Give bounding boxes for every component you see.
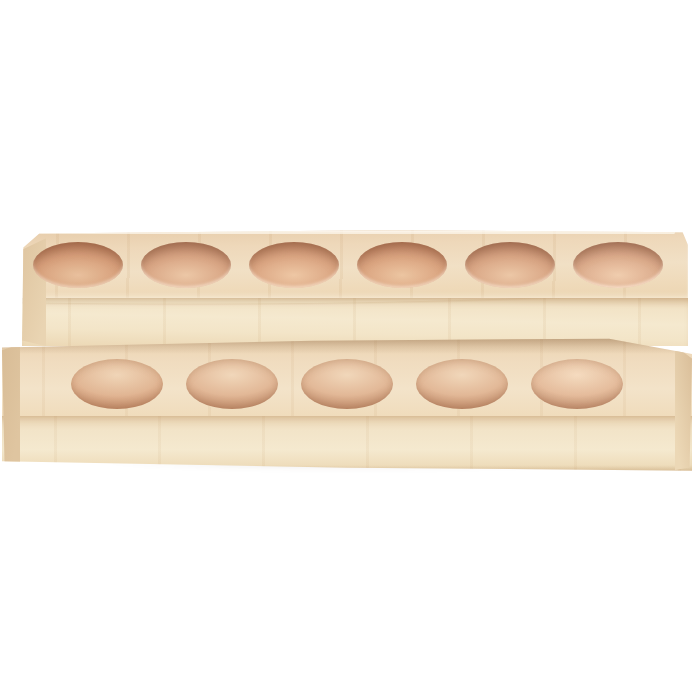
back-pit-row	[24, 234, 672, 296]
pit-hollow	[141, 242, 231, 288]
pit-hollow	[465, 242, 555, 288]
product-photo: Empty two-tier natural wood rack: 6 roun…	[0, 0, 700, 700]
pit-back-1[interactable]	[24, 234, 132, 296]
pit-hollow	[249, 242, 339, 288]
pit-back-2[interactable]	[132, 234, 240, 296]
front-tier-right-end-grain	[675, 346, 692, 470]
pit-back-5[interactable]	[456, 234, 564, 296]
pit-hollow	[531, 359, 623, 409]
pit-hollow	[573, 242, 663, 288]
pit-hollow	[186, 359, 278, 409]
back-tier-front-face	[22, 298, 688, 346]
front-tier	[2, 338, 692, 472]
back-tier-top-face	[22, 230, 688, 298]
mancala-board	[0, 0, 700, 700]
pit-hollow	[357, 242, 447, 288]
pit-back-6[interactable]	[564, 234, 672, 296]
back-tier	[22, 230, 688, 346]
front-tier-left-end-grain	[2, 344, 20, 468]
front-pit-row	[59, 350, 634, 418]
pit-back-3[interactable]	[240, 234, 348, 296]
pit-hollow	[71, 359, 163, 409]
front-tier-top-face	[2, 338, 692, 416]
pit-front-3[interactable]	[289, 350, 404, 418]
pit-hollow	[301, 359, 393, 409]
pit-front-4[interactable]	[404, 350, 519, 418]
pit-front-1[interactable]	[59, 350, 174, 418]
pit-hollow	[416, 359, 508, 409]
pit-front-2[interactable]	[174, 350, 289, 418]
pit-front-5[interactable]	[519, 350, 634, 418]
pit-back-4[interactable]	[348, 234, 456, 296]
pit-hollow	[33, 242, 123, 288]
